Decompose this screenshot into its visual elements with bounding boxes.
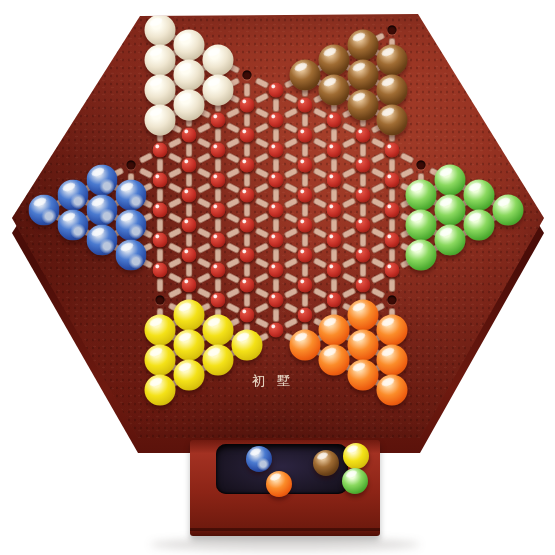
chinese-checkers-board: 初墅	[0, 0, 555, 455]
red-peg[interactable]	[269, 173, 284, 188]
red-peg[interactable]	[269, 113, 284, 128]
marble-white[interactable]	[145, 75, 176, 106]
marble-blue[interactable]	[116, 210, 147, 241]
red-peg[interactable]	[298, 278, 313, 293]
marble-green[interactable]	[464, 210, 495, 241]
grid-line	[341, 181, 357, 194]
marble-brown[interactable]	[377, 75, 408, 106]
red-peg[interactable]	[327, 293, 342, 308]
red-peg[interactable]	[356, 128, 371, 143]
marble-orange[interactable]	[377, 345, 408, 376]
grid-line	[157, 158, 164, 172]
grid-line	[225, 166, 241, 179]
grid-line	[283, 196, 299, 209]
grid-line	[370, 256, 386, 269]
marble-orange[interactable]	[348, 360, 379, 391]
red-peg[interactable]	[385, 143, 400, 158]
grid-line	[244, 113, 251, 127]
red-peg[interactable]	[240, 248, 255, 263]
red-peg[interactable]	[240, 218, 255, 233]
grid-line	[341, 271, 357, 284]
grid-line	[312, 151, 328, 164]
red-peg[interactable]	[153, 263, 168, 278]
grid-line	[389, 278, 396, 292]
drawer-marble-brown[interactable]	[313, 450, 339, 476]
grid-line	[254, 121, 270, 134]
marble-blue[interactable]	[116, 240, 147, 271]
grid-line	[196, 181, 212, 194]
grid-line	[341, 211, 357, 224]
grid-line	[273, 128, 280, 142]
red-peg[interactable]	[298, 308, 313, 323]
grid-line	[186, 233, 193, 247]
grid-line	[283, 136, 299, 149]
marble-yellow[interactable]	[174, 300, 205, 331]
red-peg[interactable]	[240, 308, 255, 323]
grid-line	[167, 196, 183, 209]
empty-hole[interactable]	[388, 296, 397, 305]
marble-brown[interactable]	[348, 60, 379, 91]
marble-white[interactable]	[174, 30, 205, 61]
grid-line	[283, 151, 299, 164]
red-peg[interactable]	[211, 203, 226, 218]
grid-line	[341, 136, 357, 149]
grid-line	[312, 286, 328, 299]
grid-line	[254, 286, 270, 299]
grid-line	[196, 121, 212, 134]
marble-white[interactable]	[174, 60, 205, 91]
grid-line	[215, 248, 222, 262]
marble-green[interactable]	[406, 240, 437, 271]
red-peg[interactable]	[153, 233, 168, 248]
grid-line	[273, 98, 280, 112]
marble-orange[interactable]	[377, 315, 408, 346]
grid-line	[283, 181, 299, 194]
grid-line	[360, 263, 367, 277]
grid-line	[254, 166, 270, 179]
grid-line	[167, 166, 183, 179]
grid-line	[283, 106, 299, 119]
grid-line	[331, 158, 338, 172]
grid-line	[254, 181, 270, 194]
marble-green[interactable]	[435, 225, 466, 256]
red-peg[interactable]	[240, 128, 255, 143]
grid-line	[273, 308, 280, 322]
red-peg[interactable]	[269, 293, 284, 308]
grid-line	[254, 106, 270, 119]
marble-brown[interactable]	[290, 60, 321, 91]
grid-line	[370, 226, 386, 239]
marble-blue[interactable]	[58, 180, 89, 211]
grid-line	[341, 226, 357, 239]
marble-blue[interactable]	[87, 225, 118, 256]
red-peg[interactable]	[211, 113, 226, 128]
marble-white[interactable]	[145, 105, 176, 136]
red-peg[interactable]	[298, 248, 313, 263]
grid-line	[225, 106, 241, 119]
grid-line	[244, 143, 251, 157]
grid-line	[273, 248, 280, 262]
red-peg[interactable]	[211, 143, 226, 158]
grid-line	[215, 158, 222, 172]
grid-line	[167, 151, 183, 164]
grid-line	[331, 128, 338, 142]
marble-blue[interactable]	[87, 195, 118, 226]
red-peg[interactable]	[385, 233, 400, 248]
red-peg[interactable]	[182, 218, 197, 233]
red-peg[interactable]	[356, 188, 371, 203]
red-peg[interactable]	[356, 158, 371, 173]
red-peg[interactable]	[327, 143, 342, 158]
grid-line	[312, 301, 328, 314]
grid-line	[370, 271, 386, 284]
board-brand-label: 初墅	[252, 372, 302, 390]
marble-orange[interactable]	[377, 375, 408, 406]
grid-line	[341, 196, 357, 209]
grid-line	[360, 143, 367, 157]
grid-line	[167, 136, 183, 149]
red-peg[interactable]	[211, 293, 226, 308]
grid-line	[196, 286, 212, 299]
grid-line	[360, 173, 367, 187]
grid-line	[312, 196, 328, 209]
grid-line	[225, 196, 241, 209]
red-peg[interactable]	[153, 173, 168, 188]
grid-line	[283, 271, 299, 284]
grid-line	[312, 241, 328, 254]
grid-line	[167, 211, 183, 224]
grid-line	[244, 173, 251, 187]
marble-white[interactable]	[203, 75, 234, 106]
grid-line	[225, 151, 241, 164]
grid-line	[283, 316, 299, 329]
grid-line	[341, 166, 357, 179]
marble-orange[interactable]	[290, 330, 321, 361]
grid-line	[331, 188, 338, 202]
drawer-opening	[216, 444, 348, 494]
grid-line	[167, 271, 183, 284]
grid-line	[157, 278, 164, 292]
red-peg[interactable]	[356, 248, 371, 263]
grid-line	[302, 203, 309, 217]
grid-line	[370, 211, 386, 224]
grid-line	[157, 248, 164, 262]
marble-brown[interactable]	[319, 45, 350, 76]
marble-orange[interactable]	[319, 315, 350, 346]
grid-line	[273, 218, 280, 232]
red-peg[interactable]	[240, 98, 255, 113]
marble-brown[interactable]	[348, 90, 379, 121]
grid-line	[283, 211, 299, 224]
red-peg[interactable]	[327, 113, 342, 128]
grid-line	[157, 188, 164, 202]
red-peg[interactable]	[269, 233, 284, 248]
grid-line	[341, 121, 357, 134]
red-peg[interactable]	[269, 323, 284, 338]
marble-green[interactable]	[464, 180, 495, 211]
empty-hole[interactable]	[417, 161, 426, 170]
grid-line	[283, 256, 299, 269]
marble-yellow[interactable]	[145, 315, 176, 346]
red-peg[interactable]	[182, 278, 197, 293]
grid-line	[254, 271, 270, 284]
grid-line	[312, 106, 328, 119]
grid-line	[225, 241, 241, 254]
grid-line	[225, 256, 241, 269]
empty-hole[interactable]	[243, 71, 252, 80]
grid-line	[283, 91, 299, 104]
marble-yellow[interactable]	[145, 345, 176, 376]
empty-hole[interactable]	[156, 296, 165, 305]
red-peg[interactable]	[298, 188, 313, 203]
grid-line	[196, 256, 212, 269]
grid-line	[225, 181, 241, 194]
marble-brown[interactable]	[319, 75, 350, 106]
grid-line	[167, 286, 183, 299]
grid-line	[254, 241, 270, 254]
grid-line	[302, 143, 309, 157]
red-peg[interactable]	[182, 188, 197, 203]
grid-line	[196, 241, 212, 254]
grid-line	[389, 248, 396, 262]
red-peg[interactable]	[385, 203, 400, 218]
grid-line	[283, 226, 299, 239]
red-peg[interactable]	[385, 263, 400, 278]
red-peg[interactable]	[327, 263, 342, 278]
grid-line	[215, 218, 222, 232]
marble-yellow[interactable]	[145, 375, 176, 406]
grid-line	[399, 151, 415, 164]
grid-line	[244, 233, 251, 247]
grid-line	[225, 121, 241, 134]
grid-line	[138, 151, 154, 164]
red-peg[interactable]	[269, 143, 284, 158]
marble-white[interactable]	[145, 15, 176, 46]
red-peg[interactable]	[240, 188, 255, 203]
grid-line	[254, 196, 270, 209]
grid-line	[341, 256, 357, 269]
grid-line	[225, 211, 241, 224]
grid-line	[273, 158, 280, 172]
grid-line	[167, 256, 183, 269]
grid-line	[196, 151, 212, 164]
grid-line	[341, 241, 357, 254]
grid-line	[283, 301, 299, 314]
grid-line	[167, 241, 183, 254]
grid-line	[167, 181, 183, 194]
grid-line	[302, 263, 309, 277]
grid-line	[341, 151, 357, 164]
product-photo-stage: 初墅	[0, 0, 555, 555]
grid-line	[370, 241, 386, 254]
grid-line	[331, 278, 338, 292]
marble-green[interactable]	[435, 195, 466, 226]
grid-line	[254, 256, 270, 269]
red-peg[interactable]	[385, 173, 400, 188]
marble-yellow[interactable]	[203, 315, 234, 346]
grid-line	[312, 211, 328, 224]
grid-line	[254, 316, 270, 329]
grid-line	[196, 136, 212, 149]
grid-line	[273, 188, 280, 202]
grid-line	[331, 248, 338, 262]
red-peg[interactable]	[153, 143, 168, 158]
red-peg[interactable]	[298, 158, 313, 173]
grid-line	[312, 136, 328, 149]
marble-brown[interactable]	[377, 45, 408, 76]
red-peg[interactable]	[182, 158, 197, 173]
drawer-front-edge	[190, 528, 380, 531]
grid-line	[196, 211, 212, 224]
grid-line	[389, 218, 396, 232]
grid-line	[225, 136, 241, 149]
grid-line	[302, 173, 309, 187]
grid-line	[283, 241, 299, 254]
empty-hole[interactable]	[388, 26, 397, 35]
grid-line	[196, 166, 212, 179]
ground-shadow	[150, 538, 420, 551]
marble-green[interactable]	[493, 195, 524, 226]
grid-line	[283, 286, 299, 299]
grid-line	[254, 211, 270, 224]
red-peg[interactable]	[211, 263, 226, 278]
red-peg[interactable]	[298, 218, 313, 233]
grid-line	[370, 181, 386, 194]
grid-line	[273, 278, 280, 292]
red-peg[interactable]	[269, 263, 284, 278]
grid-line	[215, 188, 222, 202]
red-peg[interactable]	[298, 98, 313, 113]
red-peg[interactable]	[356, 218, 371, 233]
marble-blue[interactable]	[87, 165, 118, 196]
red-peg[interactable]	[153, 203, 168, 218]
grid-line	[254, 301, 270, 314]
grid-line	[312, 226, 328, 239]
grid-line	[244, 293, 251, 307]
grid-line	[186, 143, 193, 157]
grid-line	[312, 271, 328, 284]
grid-line	[360, 233, 367, 247]
marble-white[interactable]	[203, 45, 234, 76]
marble-orange[interactable]	[348, 300, 379, 331]
red-peg[interactable]	[327, 173, 342, 188]
grid-line	[196, 271, 212, 284]
grid-line	[215, 278, 222, 292]
marble-white[interactable]	[145, 45, 176, 76]
grid-line	[341, 286, 357, 299]
grid-line	[370, 136, 386, 149]
drawer-marble-orange[interactable]	[266, 471, 292, 497]
grid-line	[370, 166, 386, 179]
grid-line	[254, 91, 270, 104]
marble-yellow[interactable]	[232, 330, 263, 361]
marble-orange[interactable]	[319, 345, 350, 376]
marble-green[interactable]	[435, 165, 466, 196]
marble-brown[interactable]	[377, 105, 408, 136]
grid-line	[186, 263, 193, 277]
grid-line	[157, 218, 164, 232]
grid-line	[302, 113, 309, 127]
marble-blue[interactable]	[29, 195, 60, 226]
grid-line	[254, 76, 270, 89]
grid-line	[215, 128, 222, 142]
grid-line	[254, 226, 270, 239]
grid-line	[244, 203, 251, 217]
grid-line	[254, 136, 270, 149]
drawer-marble-green[interactable]	[342, 468, 368, 494]
grid-line	[312, 256, 328, 269]
red-peg[interactable]	[182, 128, 197, 143]
grid-line	[370, 286, 386, 299]
red-peg[interactable]	[211, 233, 226, 248]
marble-green[interactable]	[406, 210, 437, 241]
grid-line	[312, 166, 328, 179]
grid-line	[254, 151, 270, 164]
grid-line	[225, 226, 241, 239]
grid-line	[312, 121, 328, 134]
marble-yellow[interactable]	[174, 360, 205, 391]
red-peg[interactable]	[327, 203, 342, 218]
grid-line	[302, 233, 309, 247]
red-peg[interactable]	[269, 83, 284, 98]
marble-green[interactable]	[406, 180, 437, 211]
red-peg[interactable]	[240, 158, 255, 173]
grid-line	[196, 196, 212, 209]
grid-line	[244, 83, 251, 97]
grid-line	[331, 218, 338, 232]
marble-brown[interactable]	[348, 30, 379, 61]
grid-line	[360, 203, 367, 217]
grid-line	[399, 166, 415, 179]
grid-line	[138, 166, 154, 179]
red-peg[interactable]	[182, 248, 197, 263]
grid-line	[389, 158, 396, 172]
grid-line	[186, 203, 193, 217]
grid-line	[389, 188, 396, 202]
red-peg[interactable]	[269, 203, 284, 218]
drawer-marble-blue[interactable]	[246, 446, 272, 472]
marble-orange[interactable]	[348, 330, 379, 361]
marble-blue[interactable]	[116, 180, 147, 211]
red-peg[interactable]	[211, 173, 226, 188]
storage-drawer[interactable]	[190, 440, 380, 536]
drawer-marble-yellow[interactable]	[343, 443, 369, 469]
grid-line	[225, 271, 241, 284]
grid-line	[186, 173, 193, 187]
red-peg[interactable]	[298, 128, 313, 143]
grid-line	[370, 151, 386, 164]
empty-hole[interactable]	[127, 161, 136, 170]
grid-line	[244, 263, 251, 277]
red-peg[interactable]	[356, 278, 371, 293]
marble-yellow[interactable]	[174, 330, 205, 361]
marble-blue[interactable]	[58, 210, 89, 241]
grid-line	[283, 121, 299, 134]
grid-line	[225, 286, 241, 299]
grid-line	[312, 181, 328, 194]
red-peg[interactable]	[327, 233, 342, 248]
grid-line	[225, 301, 241, 314]
red-peg[interactable]	[240, 278, 255, 293]
grid-line	[370, 196, 386, 209]
marble-yellow[interactable]	[203, 345, 234, 376]
marble-white[interactable]	[174, 90, 205, 121]
grid-line	[302, 293, 309, 307]
grid-line	[167, 226, 183, 239]
grid-line	[196, 226, 212, 239]
grid-line	[283, 166, 299, 179]
